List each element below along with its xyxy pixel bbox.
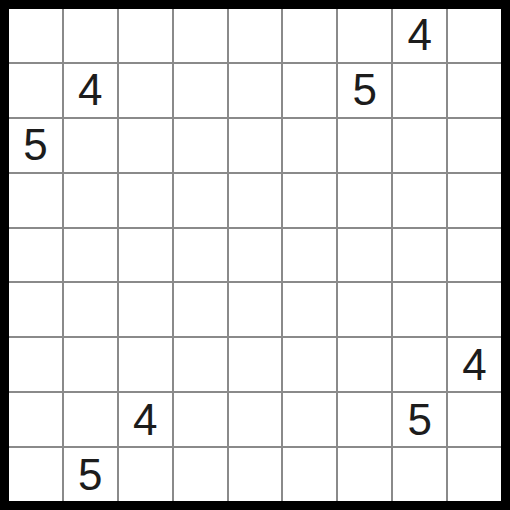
cell-r6c4[interactable] [174, 283, 227, 336]
cell-r6c1[interactable] [9, 283, 62, 336]
puzzle-board: 44554455 [0, 0, 510, 510]
cell-r3c2[interactable] [64, 119, 117, 172]
cell-r7c1[interactable] [9, 338, 62, 391]
cell-r7c3[interactable] [119, 338, 172, 391]
cell-r3c6[interactable] [283, 119, 336, 172]
cell-r5c7[interactable] [338, 229, 391, 282]
cell-r2c5[interactable] [229, 64, 282, 117]
clue-number: 5 [353, 68, 377, 112]
clue-number: 4 [78, 68, 102, 112]
clue-number: 5 [407, 398, 431, 442]
cell-r4c7[interactable] [338, 174, 391, 227]
cell-r8c2[interactable] [64, 393, 117, 446]
cell-r3c3[interactable] [119, 119, 172, 172]
clue-number: 5 [78, 453, 102, 497]
cell-r9c3[interactable] [119, 448, 172, 501]
cell-r2c9[interactable] [448, 64, 501, 117]
cell-r1c1[interactable] [9, 9, 62, 62]
cell-r9c1[interactable] [9, 448, 62, 501]
clue-number: 4 [407, 13, 431, 57]
cell-r2c8[interactable] [393, 64, 446, 117]
cell-r4c4[interactable] [174, 174, 227, 227]
puzzle-grid: 44554455 [9, 9, 501, 501]
cell-r3c5[interactable] [229, 119, 282, 172]
cell-r8c4[interactable] [174, 393, 227, 446]
clue-number: 5 [23, 123, 47, 167]
cell-r2c1[interactable] [9, 64, 62, 117]
cell-r5c1[interactable] [9, 229, 62, 282]
cell-r3c1[interactable]: 5 [9, 119, 62, 172]
cell-r1c4[interactable] [174, 9, 227, 62]
cell-r2c4[interactable] [174, 64, 227, 117]
cell-r6c8[interactable] [393, 283, 446, 336]
cell-r5c4[interactable] [174, 229, 227, 282]
cell-r4c9[interactable] [448, 174, 501, 227]
cell-r4c3[interactable] [119, 174, 172, 227]
cell-r5c9[interactable] [448, 229, 501, 282]
cell-r4c5[interactable] [229, 174, 282, 227]
cell-r1c6[interactable] [283, 9, 336, 62]
cell-r6c7[interactable] [338, 283, 391, 336]
cell-r5c6[interactable] [283, 229, 336, 282]
cell-r2c6[interactable] [283, 64, 336, 117]
cell-r8c1[interactable] [9, 393, 62, 446]
cell-r4c1[interactable] [9, 174, 62, 227]
cell-r7c6[interactable] [283, 338, 336, 391]
cell-r9c7[interactable] [338, 448, 391, 501]
cell-r4c6[interactable] [283, 174, 336, 227]
cell-r4c2[interactable] [64, 174, 117, 227]
cell-r3c9[interactable] [448, 119, 501, 172]
cell-r1c2[interactable] [64, 9, 117, 62]
cell-r7c2[interactable] [64, 338, 117, 391]
cell-r8c5[interactable] [229, 393, 282, 446]
cell-r4c8[interactable] [393, 174, 446, 227]
cell-r8c8[interactable]: 5 [393, 393, 446, 446]
cell-r5c2[interactable] [64, 229, 117, 282]
cell-r5c5[interactable] [229, 229, 282, 282]
cell-r7c5[interactable] [229, 338, 282, 391]
cell-r3c4[interactable] [174, 119, 227, 172]
cell-r1c9[interactable] [448, 9, 501, 62]
cell-r8c7[interactable] [338, 393, 391, 446]
cell-r3c8[interactable] [393, 119, 446, 172]
cell-r6c6[interactable] [283, 283, 336, 336]
cell-r1c8[interactable]: 4 [393, 9, 446, 62]
cell-r5c3[interactable] [119, 229, 172, 282]
cell-r1c3[interactable] [119, 9, 172, 62]
cell-r6c2[interactable] [64, 283, 117, 336]
cell-r3c7[interactable] [338, 119, 391, 172]
clue-number: 4 [133, 398, 157, 442]
cell-r1c7[interactable] [338, 9, 391, 62]
cell-r7c7[interactable] [338, 338, 391, 391]
cell-r8c9[interactable] [448, 393, 501, 446]
cell-r8c3[interactable]: 4 [119, 393, 172, 446]
cell-r7c4[interactable] [174, 338, 227, 391]
clue-number: 4 [462, 343, 486, 387]
cell-r9c2[interactable]: 5 [64, 448, 117, 501]
cell-r8c6[interactable] [283, 393, 336, 446]
cell-r9c9[interactable] [448, 448, 501, 501]
cell-r5c8[interactable] [393, 229, 446, 282]
cell-r2c3[interactable] [119, 64, 172, 117]
cell-r6c3[interactable] [119, 283, 172, 336]
cell-r9c6[interactable] [283, 448, 336, 501]
cell-r1c5[interactable] [229, 9, 282, 62]
cell-r9c8[interactable] [393, 448, 446, 501]
cell-r7c9[interactable]: 4 [448, 338, 501, 391]
cell-r6c9[interactable] [448, 283, 501, 336]
cell-r6c5[interactable] [229, 283, 282, 336]
cell-r9c5[interactable] [229, 448, 282, 501]
cell-r2c7[interactable]: 5 [338, 64, 391, 117]
cell-r9c4[interactable] [174, 448, 227, 501]
cell-r7c8[interactable] [393, 338, 446, 391]
cell-r2c2[interactable]: 4 [64, 64, 117, 117]
